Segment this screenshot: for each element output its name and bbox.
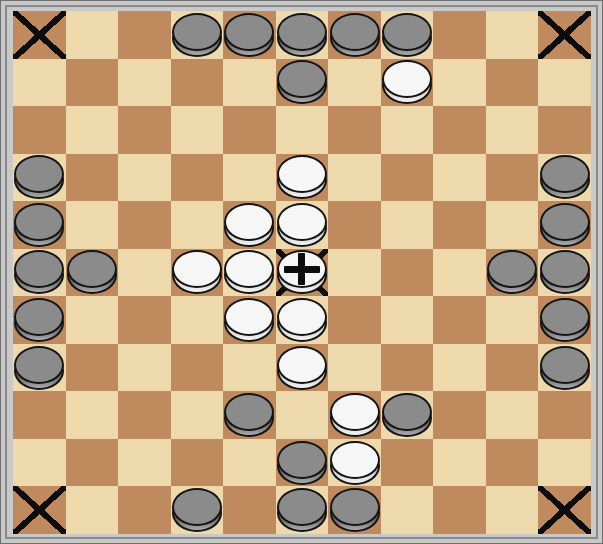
defender-piece[interactable] — [277, 155, 327, 199]
board-square[interactable] — [486, 439, 539, 487]
board-square[interactable] — [66, 249, 119, 297]
piece-top — [172, 250, 222, 288]
piece-top — [382, 60, 432, 98]
board-square[interactable] — [381, 201, 434, 249]
board-square[interactable] — [171, 296, 224, 344]
board-square[interactable] — [538, 59, 591, 107]
board-square[interactable] — [171, 59, 224, 107]
defender-piece[interactable] — [172, 250, 222, 294]
board-square[interactable] — [13, 249, 66, 297]
tafl-board — [13, 11, 591, 534]
board-square[interactable] — [486, 59, 539, 107]
attacker-piece[interactable] — [277, 441, 327, 485]
board-square[interactable] — [118, 59, 171, 107]
board-square[interactable] — [328, 344, 381, 392]
board-square[interactable] — [276, 249, 329, 297]
board-square[interactable] — [276, 201, 329, 249]
board-square[interactable] — [328, 11, 381, 59]
king-cross-icon — [283, 253, 321, 285]
board-square[interactable] — [381, 59, 434, 107]
board-square[interactable] — [66, 201, 119, 249]
piece-top — [277, 298, 327, 336]
board-square[interactable] — [538, 249, 591, 297]
defender-piece[interactable] — [224, 250, 274, 294]
attacker-piece[interactable] — [330, 13, 380, 57]
board-square[interactable] — [328, 201, 381, 249]
board-square[interactable] — [328, 439, 381, 487]
attacker-piece[interactable] — [14, 250, 64, 294]
board-square[interactable] — [381, 391, 434, 439]
board-square[interactable] — [433, 201, 486, 249]
attacker-piece[interactable] — [277, 488, 327, 532]
board-square[interactable] — [433, 249, 486, 297]
piece-top — [540, 155, 590, 193]
corner-x-mark — [13, 486, 66, 534]
attacker-piece[interactable] — [14, 203, 64, 247]
piece-top — [224, 298, 274, 336]
piece-top — [277, 60, 327, 98]
board-square[interactable] — [433, 391, 486, 439]
board-square[interactable] — [328, 59, 381, 107]
board-square[interactable] — [13, 154, 66, 202]
attacker-piece[interactable] — [540, 346, 590, 390]
board-square[interactable] — [276, 154, 329, 202]
board-square[interactable] — [13, 59, 66, 107]
piece-top — [277, 441, 327, 479]
board-square[interactable] — [381, 486, 434, 534]
board-square[interactable] — [118, 106, 171, 154]
king-piece[interactable] — [277, 250, 327, 294]
piece-top — [540, 250, 590, 288]
board-square[interactable] — [538, 296, 591, 344]
board-square[interactable] — [486, 296, 539, 344]
piece-top — [172, 488, 222, 526]
piece-top — [224, 203, 274, 241]
board-square[interactable] — [223, 344, 276, 392]
board-square[interactable] — [486, 391, 539, 439]
board-square[interactable] — [223, 106, 276, 154]
piece-top — [540, 346, 590, 384]
piece-top — [224, 393, 274, 431]
defender-piece[interactable] — [382, 60, 432, 104]
board-square[interactable] — [223, 439, 276, 487]
defender-piece[interactable] — [277, 298, 327, 342]
piece-top — [540, 203, 590, 241]
board-square[interactable] — [66, 439, 119, 487]
board-square[interactable] — [328, 391, 381, 439]
board-square[interactable] — [171, 106, 224, 154]
board-square[interactable] — [276, 59, 329, 107]
piece-top — [540, 298, 590, 336]
board-square[interactable] — [223, 11, 276, 59]
board-square[interactable] — [328, 249, 381, 297]
board-square[interactable] — [328, 106, 381, 154]
piece-top — [382, 393, 432, 431]
corner-x-mark — [538, 11, 591, 59]
board-square[interactable] — [538, 439, 591, 487]
piece-top — [277, 488, 327, 526]
board-square[interactable] — [381, 296, 434, 344]
board-square[interactable] — [171, 439, 224, 487]
piece-top — [277, 155, 327, 193]
board-square[interactable] — [276, 11, 329, 59]
piece-top — [14, 203, 64, 241]
board-square[interactable] — [13, 106, 66, 154]
piece-top — [14, 155, 64, 193]
board-square[interactable] — [486, 201, 539, 249]
board-square[interactable] — [538, 486, 591, 534]
board-square[interactable] — [118, 439, 171, 487]
board-square[interactable] — [118, 201, 171, 249]
piece-top — [277, 346, 327, 384]
board-square[interactable] — [223, 249, 276, 297]
board-square[interactable] — [486, 249, 539, 297]
attacker-piece[interactable] — [330, 488, 380, 532]
tafl-game-window: ✚ — [0, 0, 603, 544]
piece-top — [277, 203, 327, 241]
board-square[interactable] — [66, 391, 119, 439]
board-square[interactable] — [66, 154, 119, 202]
piece-top — [330, 393, 380, 431]
piece-top — [487, 250, 537, 288]
board-square[interactable] — [381, 106, 434, 154]
attacker-piece[interactable] — [382, 13, 432, 57]
board-square[interactable] — [118, 391, 171, 439]
board-square[interactable] — [223, 391, 276, 439]
board-square[interactable] — [171, 391, 224, 439]
piece-top — [14, 346, 64, 384]
board-square[interactable] — [13, 344, 66, 392]
board-square[interactable] — [223, 201, 276, 249]
board-square[interactable] — [538, 344, 591, 392]
board-square[interactable] — [433, 11, 486, 59]
attacker-piece[interactable] — [14, 346, 64, 390]
board-square[interactable] — [171, 154, 224, 202]
attacker-piece[interactable] — [540, 203, 590, 247]
board-square[interactable] — [276, 106, 329, 154]
piece-top — [224, 250, 274, 288]
board-square[interactable] — [328, 486, 381, 534]
board-square[interactable] — [13, 296, 66, 344]
attacker-piece[interactable] — [382, 393, 432, 437]
attacker-piece[interactable] — [277, 13, 327, 57]
piece-top — [14, 250, 64, 288]
attacker-piece[interactable] — [67, 250, 117, 294]
board-square[interactable] — [118, 249, 171, 297]
corner-x-mark — [538, 486, 591, 534]
board-square[interactable] — [538, 11, 591, 59]
board-square[interactable] — [381, 249, 434, 297]
defender-piece[interactable] — [330, 441, 380, 485]
board-square[interactable] — [13, 391, 66, 439]
board-square[interactable] — [276, 296, 329, 344]
piece-top — [330, 488, 380, 526]
attacker-piece[interactable] — [487, 250, 537, 294]
defender-piece[interactable] — [330, 393, 380, 437]
board-square[interactable] — [538, 201, 591, 249]
defender-piece[interactable] — [224, 203, 274, 247]
piece-top — [172, 13, 222, 51]
attacker-piece[interactable] — [277, 60, 327, 104]
board-square[interactable] — [118, 344, 171, 392]
piece-top — [382, 13, 432, 51]
defender-piece[interactable] — [277, 346, 327, 390]
board-square[interactable] — [66, 296, 119, 344]
board-square[interactable] — [433, 106, 486, 154]
piece-top — [277, 250, 327, 288]
attacker-piece[interactable] — [224, 13, 274, 57]
attacker-piece[interactable] — [14, 155, 64, 199]
board-square[interactable] — [66, 486, 119, 534]
piece-top — [330, 13, 380, 51]
attacker-piece[interactable] — [540, 155, 590, 199]
board-square[interactable] — [66, 344, 119, 392]
board-square[interactable] — [433, 296, 486, 344]
piece-top — [14, 298, 64, 336]
board-square[interactable] — [433, 59, 486, 107]
board-square[interactable] — [171, 344, 224, 392]
board-square[interactable] — [223, 59, 276, 107]
board-square[interactable] — [381, 154, 434, 202]
board-square[interactable] — [13, 486, 66, 534]
board-square[interactable] — [328, 154, 381, 202]
board-square[interactable] — [118, 11, 171, 59]
board-square[interactable] — [328, 296, 381, 344]
board-square[interactable] — [381, 344, 434, 392]
board-square[interactable] — [118, 486, 171, 534]
board-square[interactable] — [486, 344, 539, 392]
attacker-piece[interactable] — [14, 298, 64, 342]
defender-piece[interactable] — [224, 298, 274, 342]
board-square[interactable] — [276, 439, 329, 487]
board-square[interactable] — [433, 344, 486, 392]
attacker-piece[interactable] — [172, 13, 222, 57]
board-square[interactable] — [223, 296, 276, 344]
attacker-piece[interactable] — [540, 250, 590, 294]
board-square[interactable] — [66, 11, 119, 59]
piece-top — [277, 13, 327, 51]
board-square[interactable] — [171, 249, 224, 297]
board-square[interactable] — [13, 201, 66, 249]
board-square[interactable] — [276, 486, 329, 534]
board-square[interactable] — [171, 201, 224, 249]
board-square[interactable] — [538, 154, 591, 202]
corner-x-mark — [13, 11, 66, 59]
board-square[interactable] — [13, 439, 66, 487]
attacker-piece[interactable] — [172, 488, 222, 532]
board-square[interactable] — [171, 11, 224, 59]
board-square[interactable] — [66, 106, 119, 154]
board-square[interactable] — [433, 486, 486, 534]
attacker-piece[interactable] — [224, 393, 274, 437]
board-square[interactable] — [538, 391, 591, 439]
defender-piece[interactable] — [277, 203, 327, 247]
board-square[interactable] — [171, 486, 224, 534]
board-square[interactable] — [118, 154, 171, 202]
board-square[interactable] — [433, 439, 486, 487]
board-square[interactable] — [223, 154, 276, 202]
board-square[interactable] — [118, 296, 171, 344]
board-square[interactable] — [486, 154, 539, 202]
board-square[interactable] — [486, 106, 539, 154]
board-square[interactable] — [66, 59, 119, 107]
piece-top — [330, 441, 380, 479]
attacker-piece[interactable] — [540, 298, 590, 342]
piece-top — [224, 13, 274, 51]
board-square[interactable] — [433, 154, 486, 202]
board-square[interactable] — [13, 11, 66, 59]
board-square[interactable] — [276, 391, 329, 439]
board-square[interactable] — [276, 344, 329, 392]
board-square[interactable] — [538, 106, 591, 154]
board-square[interactable] — [381, 439, 434, 487]
piece-top — [67, 250, 117, 288]
board-square[interactable] — [486, 486, 539, 534]
board-square[interactable] — [381, 11, 434, 59]
board-square[interactable] — [223, 486, 276, 534]
board-square[interactable] — [486, 11, 539, 59]
